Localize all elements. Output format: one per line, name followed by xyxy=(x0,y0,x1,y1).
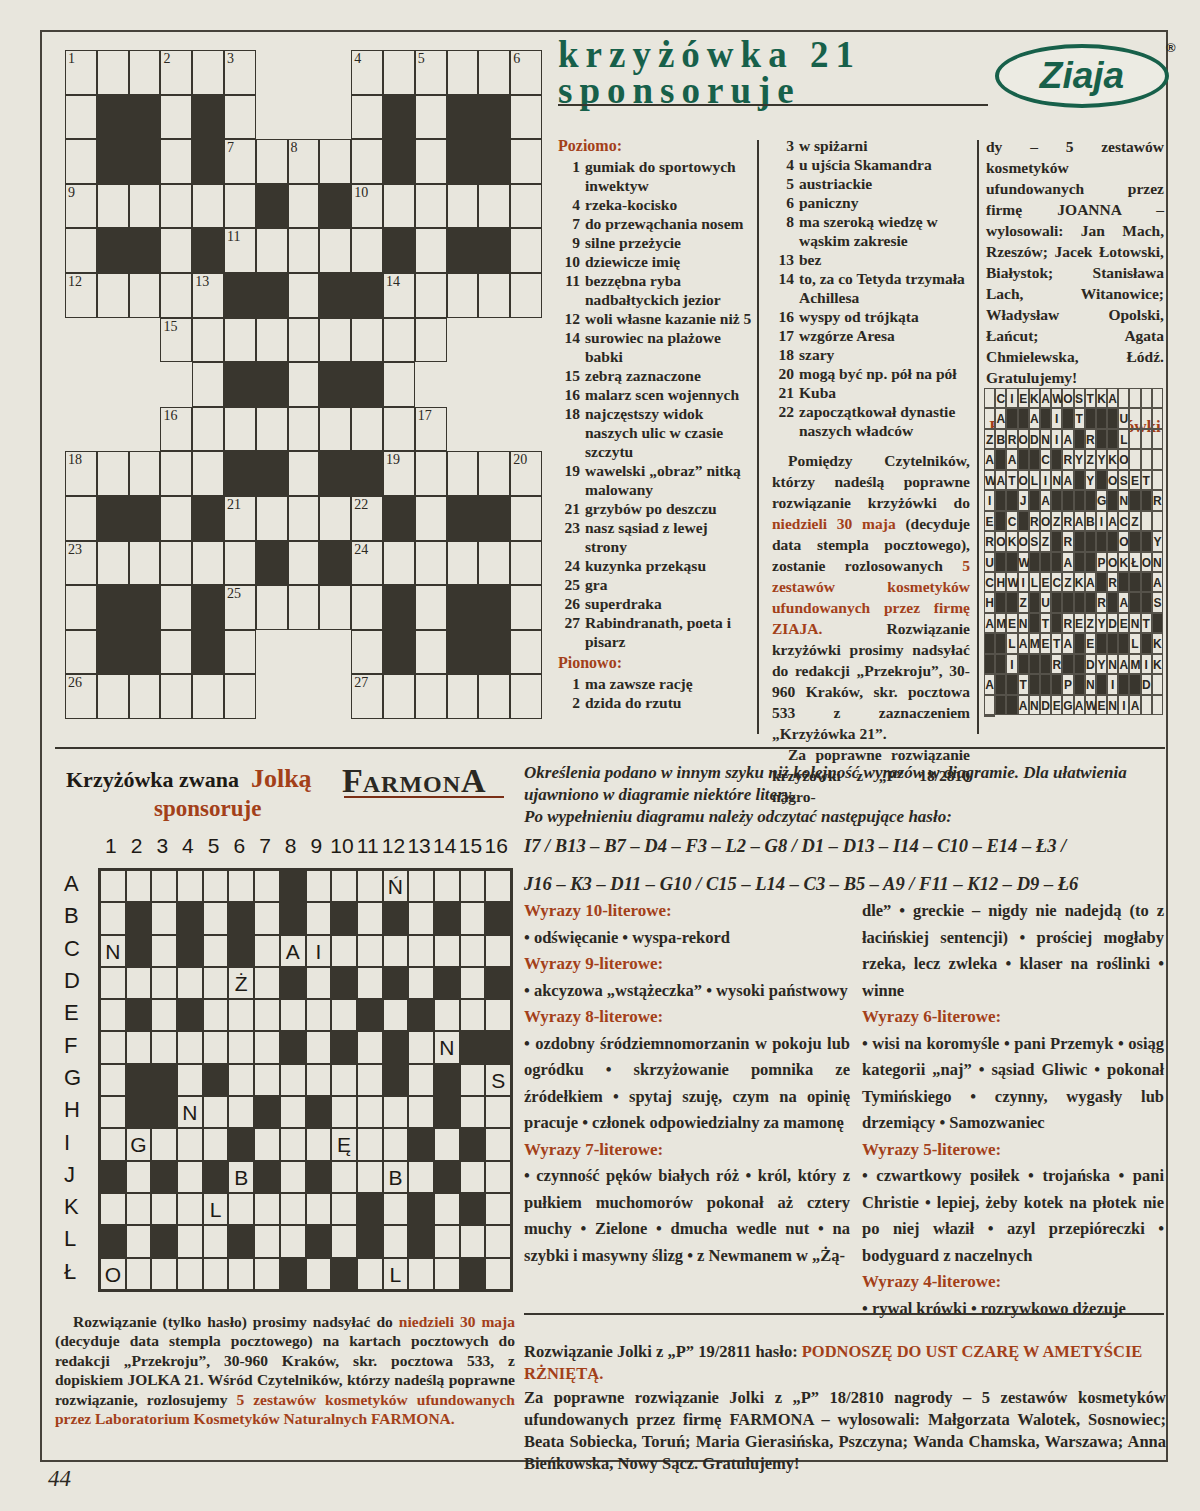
cell-4-15[interactable] xyxy=(485,999,511,1031)
cell-4-7[interactable] xyxy=(288,228,320,273)
cell-0-5[interactable]: 3 xyxy=(224,50,256,95)
cell-14-13[interactable] xyxy=(478,674,510,719)
cell-9-12[interactable] xyxy=(447,451,479,496)
cell-12-0[interactable] xyxy=(65,585,97,630)
cell-3-3[interactable] xyxy=(160,184,192,229)
cell-0-12[interactable] xyxy=(447,50,479,95)
cell-0-10[interactable] xyxy=(357,870,383,902)
cell-3-2[interactable] xyxy=(151,967,177,999)
cell-0-4[interactable] xyxy=(192,50,224,95)
clue-number: 11 xyxy=(227,229,240,245)
cell-11-7[interactable] xyxy=(288,541,320,586)
cell-4-2[interactable] xyxy=(151,999,177,1031)
cell-4-4[interactable] xyxy=(203,999,229,1031)
cell-5-12[interactable] xyxy=(447,273,479,318)
black-cell xyxy=(1074,592,1085,612)
black-cell xyxy=(254,1096,280,1128)
cell-3-13[interactable] xyxy=(478,184,510,229)
cell-3-7[interactable] xyxy=(288,184,320,229)
cell-12-3[interactable] xyxy=(160,585,192,630)
cell-8-5[interactable] xyxy=(224,407,256,452)
cell-1-4[interactable] xyxy=(203,902,229,934)
cell-2-14[interactable] xyxy=(510,139,542,184)
cell-12-14[interactable] xyxy=(510,585,542,630)
cell-7-9[interactable] xyxy=(331,1096,357,1128)
cell-8-15[interactable] xyxy=(485,1128,511,1160)
cell-5-3[interactable] xyxy=(160,273,192,318)
cell-1-3[interactable] xyxy=(160,95,192,140)
cell-11-3[interactable] xyxy=(177,1225,203,1257)
cell-4-5[interactable] xyxy=(228,999,254,1031)
cell-4-0[interactable] xyxy=(65,228,97,273)
cell-11-9[interactable]: 24 xyxy=(351,541,383,586)
cell-5-3[interactable] xyxy=(177,1031,203,1063)
cell-2-9[interactable] xyxy=(351,139,383,184)
cell-9-2[interactable] xyxy=(129,451,161,496)
cell-6-9[interactable] xyxy=(351,318,383,363)
cell-11-11[interactable] xyxy=(415,541,447,586)
black-cell xyxy=(151,1096,177,1128)
cell-4-9[interactable] xyxy=(331,999,357,1031)
cell-8-8[interactable] xyxy=(319,407,351,452)
cell-0-3[interactable] xyxy=(177,870,203,902)
cell-0-1[interactable] xyxy=(126,870,152,902)
cell-9-14[interactable] xyxy=(460,1161,486,1193)
cell-10-13[interactable] xyxy=(434,1193,460,1225)
cell-0-13[interactable] xyxy=(478,50,510,95)
clue-text: ma zawsze rację xyxy=(585,674,752,693)
cell-0-2[interactable] xyxy=(129,50,161,95)
cell-0-14[interactable] xyxy=(460,870,486,902)
cell-12-5[interactable] xyxy=(228,1258,254,1290)
cell-8-3[interactable]: 16 xyxy=(160,407,192,452)
cell-9-10[interactable]: 19 xyxy=(383,451,415,496)
cell-6-4[interactable] xyxy=(192,318,224,363)
clue-item: 7do przewąchania nosem xyxy=(558,214,752,233)
cell-10-6[interactable] xyxy=(256,496,288,541)
cell-5-6[interactable] xyxy=(254,1031,280,1063)
cell-3-4[interactable] xyxy=(203,967,229,999)
cell-5-10[interactable] xyxy=(357,1031,383,1063)
cell-4-3[interactable] xyxy=(160,228,192,273)
cell-5-10[interactable]: 14 xyxy=(383,273,415,318)
cell-13-3[interactable] xyxy=(160,630,192,675)
cell-5-14[interactable] xyxy=(510,273,542,318)
cell-1-11[interactable] xyxy=(415,95,447,140)
cell-9-3[interactable] xyxy=(160,451,192,496)
cell-7-5[interactable] xyxy=(228,1096,254,1128)
cell-13-12: A xyxy=(1118,654,1129,674)
cell-12-4[interactable] xyxy=(203,1258,229,1290)
cell-12-6[interactable] xyxy=(256,585,288,630)
cell-1-0[interactable] xyxy=(65,95,97,140)
cell-8-9[interactable] xyxy=(351,407,383,452)
cell-7-7[interactable] xyxy=(288,362,320,407)
cell-4-6[interactable] xyxy=(256,228,288,273)
cell-6-3[interactable] xyxy=(177,1064,203,1096)
cell-12-10[interactable] xyxy=(357,1258,383,1290)
cell-0-0[interactable] xyxy=(100,870,126,902)
cell-9-14[interactable]: 20 xyxy=(510,451,542,496)
cell-5-12[interactable] xyxy=(408,1031,434,1063)
cell-2-3[interactable] xyxy=(160,139,192,184)
cell-11-1[interactable] xyxy=(97,541,129,586)
cell-5-5[interactable] xyxy=(228,1031,254,1063)
cell-7-10[interactable] xyxy=(383,362,415,407)
cell-6-11[interactable] xyxy=(415,318,447,363)
cell-1-14[interactable] xyxy=(460,902,486,934)
cell-7-14[interactable] xyxy=(460,1096,486,1128)
cell-3-14[interactable] xyxy=(510,184,542,229)
cell-12-13[interactable] xyxy=(434,1258,460,1290)
cell-6-9[interactable] xyxy=(331,1064,357,1096)
cell-10-7[interactable] xyxy=(280,1193,306,1225)
cell-10-9[interactable] xyxy=(331,1193,357,1225)
cell-7-7[interactable] xyxy=(280,1096,306,1128)
cell-0-4[interactable] xyxy=(203,870,229,902)
cell-5-13[interactable] xyxy=(478,273,510,318)
cell-2-9[interactable] xyxy=(331,935,357,967)
cell-12-6[interactable] xyxy=(254,1258,280,1290)
cell-2-0[interactable] xyxy=(65,139,97,184)
letter: M xyxy=(1030,637,1039,651)
cell-7-15[interactable] xyxy=(485,1096,511,1128)
cell-10-6[interactable] xyxy=(254,1193,280,1225)
cell-11-2[interactable] xyxy=(129,541,161,586)
cell-7-12[interactable] xyxy=(408,1096,434,1128)
cell-3-9[interactable]: 10 xyxy=(351,184,383,229)
cell-11-0[interactable]: 23 xyxy=(65,541,97,586)
cell-2-8[interactable] xyxy=(319,139,351,184)
cell-14-9[interactable]: 27 xyxy=(351,674,383,719)
cell-9-0: C xyxy=(984,572,995,592)
cell-8-10[interactable] xyxy=(357,1128,383,1160)
cell-0-12[interactable] xyxy=(408,870,434,902)
cell-10-3[interactable] xyxy=(177,1193,203,1225)
cell-10-11[interactable] xyxy=(415,496,447,541)
cell-7-0[interactable] xyxy=(100,1096,126,1128)
cell-9-7[interactable] xyxy=(280,1161,306,1193)
clue-item: 14to, za co Tetyda trzymała Achillesa xyxy=(772,269,970,307)
cell-9-7[interactable] xyxy=(288,451,320,496)
cell-12-3[interactable] xyxy=(177,1258,203,1290)
cell-3-5[interactable] xyxy=(224,184,256,229)
cell-8-4[interactable] xyxy=(203,1128,229,1160)
cell-11-10[interactable] xyxy=(383,541,415,586)
cell-8-0[interactable] xyxy=(100,1128,126,1160)
cell-5-1[interactable] xyxy=(97,273,129,318)
cell-6-14[interactable] xyxy=(460,1064,486,1096)
cell-0-15[interactable] xyxy=(485,870,511,902)
cell-0-6[interactable] xyxy=(254,870,280,902)
cell-10-15[interactable] xyxy=(485,1193,511,1225)
cell-3-6[interactable] xyxy=(254,967,280,999)
cell-10-8[interactable] xyxy=(319,496,351,541)
cell-12-1[interactable] xyxy=(126,1258,152,1290)
cell-13-5[interactable] xyxy=(224,630,256,675)
cell-8-2[interactable] xyxy=(151,1128,177,1160)
cell-6-7[interactable] xyxy=(280,1064,306,1096)
cell-9-13[interactable] xyxy=(478,451,510,496)
cell-1-2[interactable] xyxy=(151,902,177,934)
cell-8-6[interactable] xyxy=(254,1128,280,1160)
cell-12-8[interactable] xyxy=(306,1258,332,1290)
cell-11-4[interactable] xyxy=(203,1225,229,1257)
cell-3-10[interactable] xyxy=(357,967,383,999)
cell-12-8[interactable] xyxy=(319,585,351,630)
cell-9-9[interactable] xyxy=(331,1161,357,1193)
cell-1-6[interactable] xyxy=(254,902,280,934)
cell-10-5[interactable] xyxy=(228,1193,254,1225)
cell-3-1[interactable] xyxy=(97,184,129,229)
cell-6-8[interactable] xyxy=(306,1064,332,1096)
cell-2-12[interactable] xyxy=(408,935,434,967)
cell-5-0[interactable]: 12 xyxy=(65,273,97,318)
cell-2-7[interactable]: 8 xyxy=(288,139,320,184)
cell-11-6[interactable] xyxy=(254,1225,280,1257)
cell-4-14[interactable] xyxy=(460,999,486,1031)
cell-1-14[interactable] xyxy=(510,95,542,140)
cell-0-0[interactable]: 1 xyxy=(65,50,97,95)
cell-9-11[interactable] xyxy=(415,451,447,496)
cell-6-6[interactable] xyxy=(254,1064,280,1096)
cell-8-3[interactable] xyxy=(177,1128,203,1160)
cell-10-0[interactable] xyxy=(65,496,97,541)
cell-3-0[interactable]: 9 xyxy=(65,184,97,229)
cell-13-0[interactable] xyxy=(65,630,97,675)
cell-5-0[interactable] xyxy=(100,1031,126,1063)
cell-0-11[interactable]: 5 xyxy=(415,50,447,95)
cell-1-0[interactable] xyxy=(100,902,126,934)
cell-14-10[interactable] xyxy=(383,674,415,719)
cell-2-14[interactable] xyxy=(460,935,486,967)
cell-11-1[interactable] xyxy=(126,1225,152,1257)
cell-8-7[interactable] xyxy=(280,1128,306,1160)
black-cell xyxy=(1029,674,1040,694)
cell-10-5[interactable]: 21 xyxy=(224,496,256,541)
cell-4-5[interactable]: 11 xyxy=(224,228,256,273)
cell-8-11[interactable] xyxy=(383,1128,409,1160)
cell-4-7[interactable] xyxy=(280,999,306,1031)
cell-4-11[interactable] xyxy=(415,228,447,273)
cell-5-4[interactable]: 13 xyxy=(192,273,224,318)
cell-9-12[interactable] xyxy=(408,1161,434,1193)
cell-14-5[interactable] xyxy=(224,674,256,719)
cell-14-11[interactable] xyxy=(415,674,447,719)
cell-9-1[interactable] xyxy=(97,451,129,496)
cell-14-0[interactable]: 26 xyxy=(65,674,97,719)
cell-3-12[interactable] xyxy=(408,967,434,999)
cell-4-8[interactable] xyxy=(306,999,332,1031)
cell-11-9[interactable] xyxy=(331,1225,357,1257)
cell-12-15[interactable] xyxy=(485,1258,511,1290)
cell-0-2[interactable] xyxy=(151,870,177,902)
cell-2-10[interactable] xyxy=(357,935,383,967)
cell-3-0[interactable] xyxy=(100,967,126,999)
cell-8-8[interactable] xyxy=(306,1128,332,1160)
cell-3-4[interactable] xyxy=(192,184,224,229)
cell-11-12[interactable] xyxy=(447,541,479,586)
cell-5-2[interactable] xyxy=(129,273,161,318)
cell-0-9[interactable]: 4 xyxy=(351,50,383,95)
cell-11-15[interactable] xyxy=(485,1225,511,1257)
cell-11-5[interactable] xyxy=(224,541,256,586)
cell-11-3[interactable] xyxy=(160,541,192,586)
cell-13-14[interactable] xyxy=(510,630,542,675)
cell-3-1[interactable] xyxy=(126,967,152,999)
cell-3-14[interactable] xyxy=(460,967,486,999)
cell-10-2[interactable] xyxy=(151,1193,177,1225)
cell-8-6[interactable] xyxy=(256,407,288,452)
cell-2-15[interactable] xyxy=(485,935,511,967)
cell-13-14: I xyxy=(1141,654,1152,674)
clue-text: gumiak do sportowych inwektyw xyxy=(585,157,752,195)
cell-0-3[interactable]: 2 xyxy=(160,50,192,95)
cell-10-3[interactable] xyxy=(160,496,192,541)
cell-14-12[interactable] xyxy=(447,674,479,719)
cell-12-2[interactable] xyxy=(151,1258,177,1290)
cell-9-15[interactable] xyxy=(485,1161,511,1193)
cell-4-11[interactable] xyxy=(383,999,409,1031)
cell-9-4[interactable] xyxy=(192,451,224,496)
cell-6-5[interactable] xyxy=(224,318,256,363)
cell-1-12[interactable] xyxy=(408,902,434,934)
cell-0-13[interactable] xyxy=(434,870,460,902)
cell-0-8[interactable] xyxy=(306,870,332,902)
cell-8-7[interactable] xyxy=(288,407,320,452)
cell-3-3[interactable] xyxy=(177,967,203,999)
cell-6-12[interactable] xyxy=(408,1064,434,1096)
cell-2-6[interactable] xyxy=(254,935,280,967)
cell-13-9[interactable] xyxy=(351,630,383,675)
cell-10-7[interactable] xyxy=(288,496,320,541)
cell-6-10[interactable] xyxy=(357,1064,383,1096)
cell-2-13[interactable] xyxy=(434,935,460,967)
cell-6-10[interactable] xyxy=(383,318,415,363)
cell-5-11[interactable] xyxy=(415,273,447,318)
cell-9-1[interactable] xyxy=(126,1161,152,1193)
cell-10-14[interactable] xyxy=(510,496,542,541)
black-cell xyxy=(1074,470,1085,490)
cell-12-12[interactable] xyxy=(408,1258,434,1290)
black-cell xyxy=(1129,490,1140,510)
cell-14-14[interactable] xyxy=(510,674,542,719)
cell-2-11[interactable] xyxy=(383,935,409,967)
cell-2-6[interactable] xyxy=(256,139,288,184)
cell-12-9[interactable] xyxy=(351,585,383,630)
cell-12-7[interactable] xyxy=(288,585,320,630)
cell-2-2[interactable] xyxy=(151,935,177,967)
cell-0-14[interactable]: 6 xyxy=(510,50,542,95)
cell-11-13[interactable] xyxy=(434,1225,460,1257)
clue-text: wawelski „obraz” nitką malowany xyxy=(585,461,752,499)
cell-4-13[interactable] xyxy=(434,999,460,1031)
clue-number: 9 xyxy=(558,233,580,252)
cell-13-11[interactable] xyxy=(415,630,447,675)
cell-0-10[interactable] xyxy=(383,50,415,95)
cell-4-0[interactable] xyxy=(100,999,126,1031)
cell-3-8[interactable] xyxy=(306,967,332,999)
cell-7-11[interactable] xyxy=(383,1096,409,1128)
cell-11-14[interactable] xyxy=(510,541,542,586)
cell-1-5[interactable] xyxy=(224,95,256,140)
cell-9-0[interactable]: 18 xyxy=(65,451,97,496)
cell-10-9[interactable]: 22 xyxy=(351,496,383,541)
cell-7-10[interactable] xyxy=(357,1096,383,1128)
cell-2-11[interactable] xyxy=(415,139,447,184)
cell-5-7[interactable] xyxy=(288,273,320,318)
cell-9-10[interactable] xyxy=(357,1161,383,1193)
cell-6-8[interactable] xyxy=(319,318,351,363)
cell-12-11[interactable] xyxy=(415,585,447,630)
clue-number: 1 xyxy=(558,157,580,195)
cell-10-1[interactable] xyxy=(126,1193,152,1225)
cell-14-2[interactable] xyxy=(129,674,161,719)
cell-5-4[interactable] xyxy=(203,1031,229,1063)
cell-4-14[interactable] xyxy=(510,228,542,273)
cell-14-3[interactable] xyxy=(160,674,192,719)
cell-11-4[interactable] xyxy=(192,541,224,586)
cell-3-10[interactable] xyxy=(383,184,415,229)
cell-8-11[interactable]: 17 xyxy=(415,407,447,452)
cell-3-11[interactable] xyxy=(415,184,447,229)
cell-0-9[interactable] xyxy=(331,870,357,902)
cell-14-4[interactable] xyxy=(192,674,224,719)
cell-4-9[interactable] xyxy=(351,228,383,273)
cell-8-13[interactable] xyxy=(434,1128,460,1160)
cell-2-5[interactable]: 7 xyxy=(224,139,256,184)
cell-7-4[interactable] xyxy=(192,362,224,407)
cell-4-6[interactable] xyxy=(254,999,280,1031)
cell-6-5[interactable] xyxy=(228,1064,254,1096)
cell-10-11[interactable] xyxy=(383,1193,409,1225)
cell-3-12[interactable] xyxy=(447,184,479,229)
cell-9-3[interactable] xyxy=(177,1161,203,1193)
cell-7-4[interactable] xyxy=(203,1096,229,1128)
cell-4-8[interactable] xyxy=(319,228,351,273)
cell-1-9[interactable] xyxy=(351,95,383,140)
cell-0-5[interactable] xyxy=(228,870,254,902)
cell-1-8[interactable] xyxy=(306,902,332,934)
letter: R xyxy=(1063,515,1072,529)
cell-8-10[interactable] xyxy=(383,407,415,452)
cell-5-8[interactable] xyxy=(306,1031,332,1063)
cell-15-5: E xyxy=(1051,695,1062,715)
cell-11-13[interactable] xyxy=(478,541,510,586)
cell-0-1[interactable] xyxy=(97,50,129,95)
void-cell xyxy=(319,674,351,719)
cell-2-4[interactable] xyxy=(203,935,229,967)
cell-5-2[interactable] xyxy=(151,1031,177,1063)
cell-11-11[interactable] xyxy=(383,1225,409,1257)
cell-11-7[interactable] xyxy=(280,1225,306,1257)
cell-5-1[interactable] xyxy=(126,1031,152,1063)
cell-1-10[interactable] xyxy=(357,902,383,934)
cell-10-0[interactable] xyxy=(100,1193,126,1225)
cell-14-1[interactable] xyxy=(97,674,129,719)
cell-6-3[interactable]: 15 xyxy=(160,318,192,363)
cell-6-0[interactable] xyxy=(100,1064,126,1096)
cell-8-4[interactable] xyxy=(192,407,224,452)
cell-3-2[interactable] xyxy=(129,184,161,229)
cell-11-14[interactable] xyxy=(460,1225,486,1257)
cell-12-5[interactable]: 25 xyxy=(224,585,256,630)
black-cell xyxy=(1141,592,1152,612)
cell-6-7[interactable] xyxy=(288,318,320,363)
cell-6-6[interactable] xyxy=(256,318,288,363)
clue-item: 16malarz scen wojennych xyxy=(558,385,752,404)
cell-10-8[interactable] xyxy=(306,1193,332,1225)
